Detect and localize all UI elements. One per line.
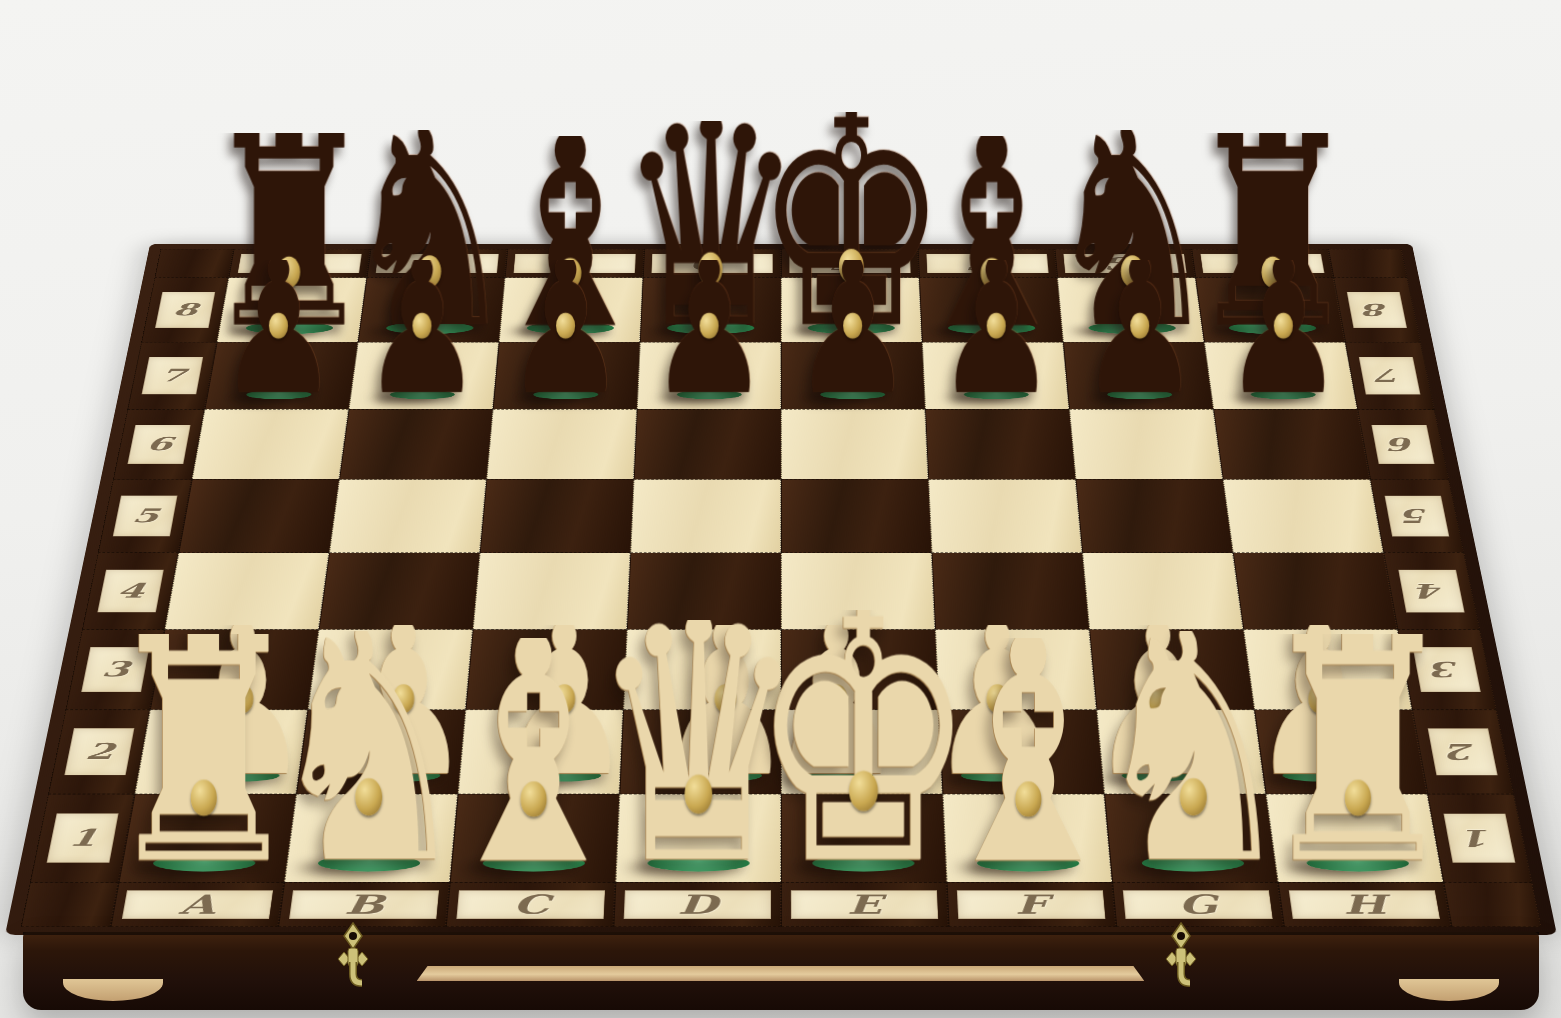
rank-label-right-1-text: 1 bbox=[1462, 824, 1496, 851]
piece-white-queen-d1[interactable]: ♛ bbox=[589, 620, 808, 864]
frame-corner-bottom-right bbox=[1443, 882, 1541, 926]
square-a5[interactable] bbox=[178, 479, 339, 552]
rank-label-right-7: 7 bbox=[1345, 342, 1434, 409]
square-h6[interactable] bbox=[1213, 409, 1370, 479]
rank-label-left-1-text: 1 bbox=[65, 824, 99, 851]
rank-label-left-7-plate: 7 bbox=[141, 357, 203, 395]
piece-black-pawn-b7[interactable]: ♟ bbox=[361, 260, 482, 395]
piece-black-pawn-h7[interactable]: ♟ bbox=[1222, 260, 1343, 395]
rank-label-left-5: 5 bbox=[97, 479, 191, 552]
box-front-edge bbox=[23, 932, 1539, 1010]
piece-black-pawn-a7[interactable]: ♟ bbox=[217, 260, 338, 395]
front-inlay-strip bbox=[417, 966, 1145, 981]
square-e6[interactable] bbox=[781, 409, 928, 479]
file-label-bottom-e-text: E bbox=[846, 889, 881, 920]
rank-label-right-5-text: 5 bbox=[1401, 505, 1431, 527]
square-a7[interactable]: ♟ bbox=[204, 342, 357, 409]
front-corner-inlay-right bbox=[1399, 979, 1499, 1001]
square-f7[interactable]: ♟ bbox=[922, 342, 1069, 409]
file-label-bottom-g-text: G bbox=[1176, 889, 1218, 920]
front-corner-inlay-left bbox=[63, 979, 163, 1001]
square-g7[interactable]: ♟ bbox=[1063, 342, 1213, 409]
square-b7[interactable]: ♟ bbox=[348, 342, 498, 409]
chess-set-photo: ABCDEFGH8♜♞♝♛♚♝♞♜87♟♟♟♟♟♟♟♟7665544332♟♟♟… bbox=[0, 0, 1561, 1018]
square-f1[interactable]: ♝ bbox=[942, 794, 1112, 882]
file-label-bottom-h-plate: H bbox=[1288, 890, 1439, 918]
file-label-bottom-c-text: C bbox=[511, 889, 549, 920]
rank-label-right-6-text: 6 bbox=[1388, 433, 1417, 454]
piece-black-pawn-g7[interactable]: ♟ bbox=[1079, 260, 1200, 395]
box-lid-seam bbox=[23, 932, 1539, 935]
chess-board: ABCDEFGH8♜♞♝♛♚♝♞♜87♟♟♟♟♟♟♟♟7665544332♟♟♟… bbox=[5, 244, 1557, 935]
file-label-bottom-h: H bbox=[1277, 882, 1451, 926]
piece-white-knight-b1[interactable]: ♞ bbox=[264, 631, 473, 864]
square-e7[interactable]: ♟ bbox=[781, 342, 925, 409]
square-c7[interactable]: ♟ bbox=[492, 342, 639, 409]
file-label-bottom-c: C bbox=[445, 882, 615, 926]
rank-label-left-5-text: 5 bbox=[130, 505, 160, 527]
file-label-bottom-f-text: F bbox=[1013, 889, 1048, 920]
rank-label-left-6: 6 bbox=[112, 409, 204, 479]
rank-label-left-5-plate: 5 bbox=[112, 495, 177, 536]
file-label-bottom-a-plate: A bbox=[121, 890, 272, 918]
rank-label-right-7-plate: 7 bbox=[1358, 357, 1420, 395]
board-grid: ABCDEFGH8♜♞♝♛♚♝♞♜87♟♟♟♟♟♟♟♟7665544332♟♟♟… bbox=[20, 249, 1541, 927]
square-c5[interactable] bbox=[479, 479, 633, 552]
brass-latch-icon bbox=[335, 922, 371, 988]
square-g1[interactable]: ♞ bbox=[1104, 794, 1278, 882]
rank-label-right-6-plate: 6 bbox=[1371, 425, 1434, 464]
square-b1[interactable]: ♞ bbox=[284, 794, 458, 882]
piece-black-pawn-e7[interactable]: ♟ bbox=[792, 260, 913, 395]
rank-label-left-6-text: 6 bbox=[144, 433, 173, 454]
file-label-bottom-e-plate: E bbox=[790, 890, 937, 918]
rank-label-right-6: 6 bbox=[1357, 409, 1449, 479]
file-label-bottom-g: G bbox=[1112, 882, 1284, 926]
file-label-bottom-b-plate: B bbox=[289, 890, 439, 918]
square-b6[interactable] bbox=[339, 409, 493, 479]
file-label-bottom-a: A bbox=[110, 882, 284, 926]
rank-label-right-8-text: 8 bbox=[1362, 300, 1390, 320]
file-label-bottom-d-text: D bbox=[677, 889, 717, 920]
file-label-bottom-d-plate: D bbox=[623, 890, 770, 918]
rank-label-right-7-text: 7 bbox=[1375, 365, 1404, 385]
square-f6[interactable] bbox=[925, 409, 1075, 479]
piece-black-pawn-f7[interactable]: ♟ bbox=[935, 260, 1056, 395]
rank-label-right-5: 5 bbox=[1370, 479, 1464, 552]
square-a6[interactable] bbox=[191, 409, 348, 479]
square-d7[interactable]: ♟ bbox=[636, 342, 780, 409]
square-g6[interactable] bbox=[1069, 409, 1223, 479]
piece-black-pawn-d7[interactable]: ♟ bbox=[648, 260, 769, 395]
square-c6[interactable] bbox=[486, 409, 636, 479]
brass-latch-icon bbox=[1163, 922, 1199, 988]
file-label-bottom-g-plate: G bbox=[1122, 890, 1272, 918]
rank-label-left-7-text: 7 bbox=[158, 365, 187, 385]
square-h7[interactable]: ♟ bbox=[1204, 342, 1357, 409]
rank-label-right-5-plate: 5 bbox=[1384, 495, 1449, 536]
square-h5[interactable] bbox=[1222, 479, 1383, 552]
square-d6[interactable] bbox=[633, 409, 780, 479]
file-label-bottom-a-text: A bbox=[177, 889, 217, 920]
square-g5[interactable] bbox=[1075, 479, 1232, 552]
square-b5[interactable] bbox=[329, 479, 486, 552]
file-label-bottom-d: D bbox=[613, 882, 781, 926]
file-label-bottom-f: F bbox=[946, 882, 1116, 926]
frame-corner-bottom-left bbox=[20, 882, 118, 926]
file-label-bottom-b-text: B bbox=[343, 889, 385, 920]
file-label-bottom-f-plate: F bbox=[956, 890, 1105, 918]
rank-label-left-8-text: 8 bbox=[171, 300, 199, 320]
square-d1[interactable]: ♛ bbox=[615, 794, 781, 882]
piece-black-pawn-c7[interactable]: ♟ bbox=[504, 260, 625, 395]
rank-label-left-6-plate: 6 bbox=[127, 425, 190, 464]
file-label-bottom-b: B bbox=[278, 882, 450, 926]
file-label-bottom-h-text: H bbox=[1340, 889, 1388, 920]
piece-white-knight-g1[interactable]: ♞ bbox=[1088, 631, 1297, 864]
file-label-bottom-e: E bbox=[781, 882, 949, 926]
file-label-bottom-c-plate: C bbox=[456, 890, 605, 918]
rank-label-left-7: 7 bbox=[127, 342, 216, 409]
